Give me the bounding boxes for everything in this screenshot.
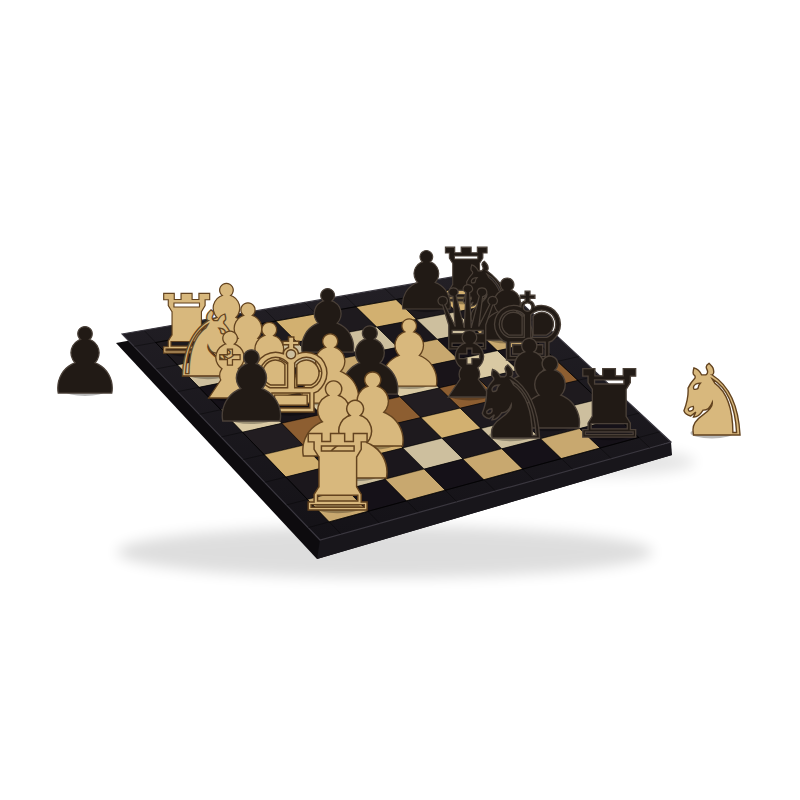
product-photo: ♜♟♞♟♟♛♟♜♚♟♞♟♟♟♟♝♝♟♟♚♟♟♞♜♞♟♟♟♜ [0, 0, 800, 800]
pawn-glyph: ♟ [208, 331, 295, 444]
rook-glyph: ♜ [291, 413, 385, 535]
knight-glyph: ♞ [466, 345, 556, 462]
pawn-glyph: ♟ [44, 309, 126, 414]
piece-dark-knight-f2[interactable]: ♞ [466, 345, 556, 462]
piece-dark-pawn-a5[interactable]: ♟ [208, 331, 295, 444]
piece-dark-pawn-offboard[interactable]: ♟ [44, 309, 126, 414]
piece-light-rook-a1[interactable]: ♜ [291, 413, 385, 535]
knight-glyph: ♞ [668, 344, 756, 458]
chess-board-scene: ♜♟♞♟♟♛♟♜♚♟♞♟♟♟♟♝♝♟♟♚♟♟♞♜♞♟♟♟♜ [0, 0, 800, 800]
piece-dark-rook-h1[interactable]: ♜ [567, 350, 651, 459]
piece-light-knight-offboard[interactable]: ♞ [668, 344, 756, 458]
rook-glyph: ♜ [567, 350, 651, 459]
